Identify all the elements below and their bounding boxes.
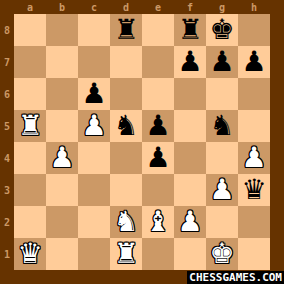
square-c3[interactable] [78,174,110,206]
rank-label-2: 2 [0,206,14,238]
square-c6[interactable]: ♟ [78,78,110,110]
piece-black-pawn: ♟ [142,110,174,142]
square-c4[interactable] [78,142,110,174]
rank-label-1: 1 [0,238,14,270]
piece-white-rook: ♜ [110,238,142,270]
chess-board-diagram: abcdefgh 87654321 ♜♜♚♟♟♟♟♜♟♞♟♞♟♟♟♟♛♞♝♟♛♜… [0,0,284,284]
piece-white-pawn: ♟ [238,142,270,174]
square-f1[interactable] [174,238,206,270]
rank-label-5: 5 [0,110,14,142]
piece-black-knight: ♞ [110,110,142,142]
square-h2[interactable] [238,206,270,238]
square-g4[interactable] [206,142,238,174]
piece-black-rook: ♜ [110,14,142,46]
piece-black-pawn: ♟ [142,142,174,174]
chessgames-watermark-label: CHESSGAMES.COM [189,271,282,284]
rank-label-3: 3 [0,174,14,206]
piece-black-rook: ♜ [174,14,206,46]
square-a1[interactable]: ♛ [14,238,46,270]
square-e3[interactable] [142,174,174,206]
square-d7[interactable] [110,46,142,78]
file-label-g: g [206,0,238,14]
square-a2[interactable] [14,206,46,238]
piece-white-king: ♚ [206,238,238,270]
square-d2[interactable]: ♞ [110,206,142,238]
square-h3[interactable]: ♛ [238,174,270,206]
file-label-d: d [110,0,142,14]
piece-black-pawn: ♟ [174,46,206,78]
square-c7[interactable] [78,46,110,78]
file-label-a: a [14,0,46,14]
square-h5[interactable] [238,110,270,142]
square-c5[interactable]: ♟ [78,110,110,142]
square-f5[interactable] [174,110,206,142]
square-g6[interactable] [206,78,238,110]
square-a4[interactable] [14,142,46,174]
square-c2[interactable] [78,206,110,238]
piece-black-pawn: ♟ [78,78,110,110]
square-g7[interactable]: ♟ [206,46,238,78]
piece-black-pawn: ♟ [206,46,238,78]
square-b6[interactable] [46,78,78,110]
square-d6[interactable] [110,78,142,110]
square-d5[interactable]: ♞ [110,110,142,142]
square-g3[interactable]: ♟ [206,174,238,206]
square-b2[interactable] [46,206,78,238]
rank-label-6: 6 [0,78,14,110]
file-label-e: e [142,0,174,14]
square-f2[interactable]: ♟ [174,206,206,238]
square-b3[interactable] [46,174,78,206]
piece-white-knight: ♞ [110,206,142,238]
square-h1[interactable] [238,238,270,270]
piece-black-king: ♚ [206,14,238,46]
square-f8[interactable]: ♜ [174,14,206,46]
square-a5[interactable]: ♜ [14,110,46,142]
square-e6[interactable] [142,78,174,110]
square-h7[interactable]: ♟ [238,46,270,78]
piece-white-rook: ♜ [14,110,46,142]
square-h8[interactable] [238,14,270,46]
square-g1[interactable]: ♚ [206,238,238,270]
chessgames-watermark: CHESSGAMES.COM [187,271,284,284]
square-g2[interactable] [206,206,238,238]
square-d1[interactable]: ♜ [110,238,142,270]
square-b8[interactable] [46,14,78,46]
piece-white-pawn: ♟ [174,206,206,238]
file-labels: abcdefgh [14,0,270,14]
square-a7[interactable] [14,46,46,78]
square-h6[interactable] [238,78,270,110]
piece-white-pawn: ♟ [78,110,110,142]
square-f3[interactable] [174,174,206,206]
file-label-b: b [46,0,78,14]
square-b4[interactable]: ♟ [46,142,78,174]
square-d8[interactable]: ♜ [110,14,142,46]
square-f6[interactable] [174,78,206,110]
piece-black-pawn: ♟ [238,46,270,78]
piece-white-pawn: ♟ [46,142,78,174]
square-g5[interactable]: ♞ [206,110,238,142]
square-c1[interactable] [78,238,110,270]
square-f7[interactable]: ♟ [174,46,206,78]
file-label-c: c [78,0,110,14]
piece-white-queen: ♛ [14,238,46,270]
square-e2[interactable]: ♝ [142,206,174,238]
square-c8[interactable] [78,14,110,46]
rank-label-8: 8 [0,14,14,46]
piece-white-pawn: ♟ [206,174,238,206]
square-a6[interactable] [14,78,46,110]
square-d4[interactable] [110,142,142,174]
rank-label-7: 7 [0,46,14,78]
square-e5[interactable]: ♟ [142,110,174,142]
square-a8[interactable] [14,14,46,46]
piece-black-knight: ♞ [206,110,238,142]
piece-black-queen: ♛ [238,174,270,206]
square-e4[interactable]: ♟ [142,142,174,174]
piece-white-bishop: ♝ [142,206,174,238]
square-b1[interactable] [46,238,78,270]
square-e7[interactable] [142,46,174,78]
file-label-h: h [238,0,270,14]
square-b5[interactable] [46,110,78,142]
square-e1[interactable] [142,238,174,270]
rank-labels: 87654321 [0,14,14,270]
square-f4[interactable] [174,142,206,174]
file-label-f: f [174,0,206,14]
rank-label-4: 4 [0,142,14,174]
square-b7[interactable] [46,46,78,78]
square-e8[interactable] [142,14,174,46]
square-h4[interactable]: ♟ [238,142,270,174]
square-g8[interactable]: ♚ [206,14,238,46]
chess-board: ♜♜♚♟♟♟♟♜♟♞♟♞♟♟♟♟♛♞♝♟♛♜♚ [14,14,270,270]
square-d3[interactable] [110,174,142,206]
square-a3[interactable] [14,174,46,206]
